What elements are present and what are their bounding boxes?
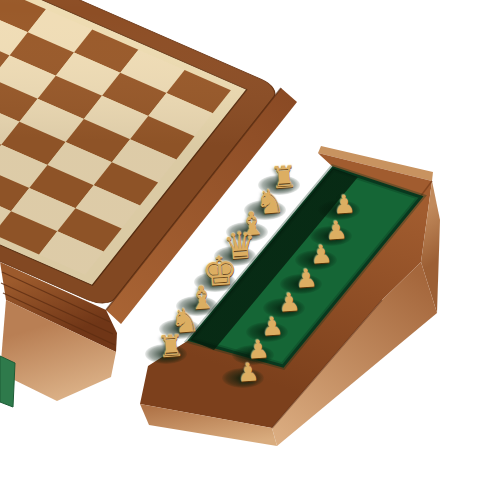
chess-set-product-photo: ♜♞♝♛♚♝♞♜♟♟♟♟♟♟♟♟ (0, 0, 480, 480)
case-felt-bottom (0, 356, 15, 407)
chess-set-scene (0, 0, 480, 480)
